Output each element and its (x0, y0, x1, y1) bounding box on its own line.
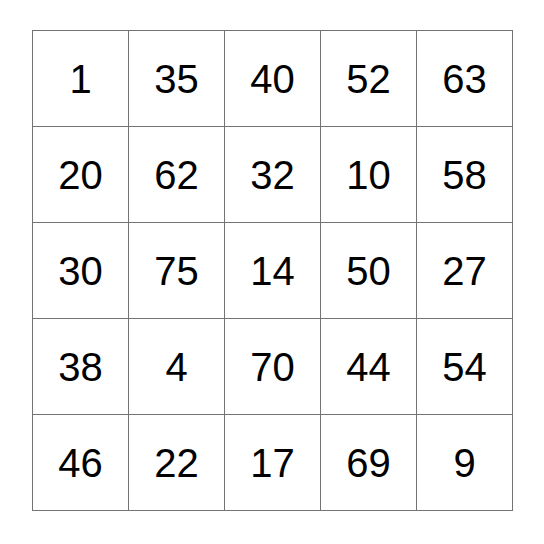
bingo-cell-r2c3[interactable]: 32 (225, 127, 321, 223)
bingo-cell-r4c2[interactable]: 4 (129, 319, 225, 415)
bingo-cell-r5c1[interactable]: 46 (33, 415, 129, 511)
bingo-cell-r1c2[interactable]: 35 (129, 31, 225, 127)
bingo-cell-r1c3[interactable]: 40 (225, 31, 321, 127)
bingo-cell-r3c1[interactable]: 30 (33, 223, 129, 319)
bingo-cell-r3c5[interactable]: 27 (417, 223, 513, 319)
bingo-cell-r5c2[interactable]: 22 (129, 415, 225, 511)
bingo-cell-r5c4[interactable]: 69 (321, 415, 417, 511)
bingo-cell-r5c3[interactable]: 17 (225, 415, 321, 511)
bingo-cell-r4c1[interactable]: 38 (33, 319, 129, 415)
bingo-cell-r1c4[interactable]: 52 (321, 31, 417, 127)
bingo-grid: 1354052632062321058307514502738470445446… (32, 30, 513, 511)
bingo-cell-r2c5[interactable]: 58 (417, 127, 513, 223)
bingo-cell-r1c5[interactable]: 63 (417, 31, 513, 127)
bingo-cell-r4c3[interactable]: 70 (225, 319, 321, 415)
bingo-cell-r3c4[interactable]: 50 (321, 223, 417, 319)
bingo-cell-r5c5[interactable]: 9 (417, 415, 513, 511)
bingo-cell-r4c5[interactable]: 54 (417, 319, 513, 415)
bingo-card: 1354052632062321058307514502738470445446… (32, 30, 513, 511)
bingo-cell-r3c3[interactable]: 14 (225, 223, 321, 319)
bingo-cell-r3c2[interactable]: 75 (129, 223, 225, 319)
bingo-cell-r4c4[interactable]: 44 (321, 319, 417, 415)
bingo-cell-r2c4[interactable]: 10 (321, 127, 417, 223)
bingo-cell-r1c1[interactable]: 1 (33, 31, 129, 127)
bingo-cell-r2c1[interactable]: 20 (33, 127, 129, 223)
bingo-cell-r2c2[interactable]: 62 (129, 127, 225, 223)
